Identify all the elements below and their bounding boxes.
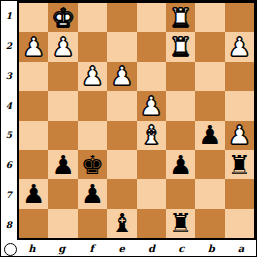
square-e3[interactable]: ♟ (107, 62, 136, 91)
black-pawn[interactable]: ♟ (169, 152, 192, 178)
black-pawn[interactable]: ♟ (81, 181, 104, 207)
square-d4[interactable]: ♟ (137, 91, 166, 120)
black-rook[interactable]: ♜ (228, 152, 251, 178)
square-b7[interactable] (195, 179, 224, 208)
square-d7[interactable] (137, 179, 166, 208)
file-label-b: b (196, 240, 226, 256)
square-c7[interactable] (166, 179, 195, 208)
square-c1[interactable]: ♜ (166, 3, 195, 32)
square-h5[interactable] (19, 121, 48, 150)
rank-label-1: 1 (1, 1, 17, 31)
rank-label-2: 2 (1, 31, 17, 61)
square-c6[interactable]: ♟ (166, 150, 195, 179)
square-a3[interactable] (225, 62, 254, 91)
square-h1[interactable] (19, 3, 48, 32)
square-c5[interactable] (166, 121, 195, 150)
file-label-h: h (17, 240, 47, 256)
rank-label-4: 4 (1, 91, 17, 121)
square-d2[interactable] (137, 32, 166, 61)
rank-label-7: 7 (1, 180, 17, 210)
square-e2[interactable] (107, 32, 136, 61)
square-a6[interactable]: ♜ (225, 150, 254, 179)
file-labels: hgfedcba (17, 240, 256, 256)
black-pawn[interactable]: ♟ (22, 181, 45, 207)
square-h7[interactable]: ♟ (19, 179, 48, 208)
square-e6[interactable] (107, 150, 136, 179)
square-g3[interactable] (48, 62, 77, 91)
file-label-c: c (166, 240, 196, 256)
white-rook[interactable]: ♜ (169, 34, 192, 60)
square-h3[interactable] (19, 62, 48, 91)
square-h6[interactable] (19, 150, 48, 179)
file-label-d: d (137, 240, 167, 256)
square-g7[interactable] (48, 179, 77, 208)
square-e1[interactable] (107, 3, 136, 32)
black-rook[interactable]: ♜ (169, 210, 192, 236)
square-f5[interactable] (78, 121, 107, 150)
square-g6[interactable]: ♟ (48, 150, 77, 179)
square-c4[interactable] (166, 91, 195, 120)
black-bishop[interactable]: ♝ (110, 210, 133, 236)
board: ♚♜♟♟♜♟♟♟♟♝♟♟♟♚♟♜♟♟♝♜ (17, 1, 256, 240)
square-b2[interactable] (195, 32, 224, 61)
white-pawn[interactable]: ♟ (140, 93, 163, 119)
file-label-e: e (107, 240, 137, 256)
chess-diagram: 12345678 ♚♜♟♟♜♟♟♟♟♝♟♟♟♚♟♜♟♟♝♜ hgfedcba (0, 0, 257, 257)
rank-labels: 12345678 (1, 1, 17, 240)
square-g4[interactable] (48, 91, 77, 120)
square-h4[interactable] (19, 91, 48, 120)
rank-label-8: 8 (1, 210, 17, 240)
rank-label-6: 6 (1, 150, 17, 180)
square-h8[interactable] (19, 209, 48, 238)
square-f2[interactable] (78, 32, 107, 61)
square-f6[interactable]: ♚ (78, 150, 107, 179)
square-a2[interactable]: ♟ (225, 32, 254, 61)
side-to-move-indicator (4, 243, 17, 256)
square-e8[interactable]: ♝ (107, 209, 136, 238)
square-g1[interactable]: ♚ (48, 3, 77, 32)
black-pawn[interactable]: ♟ (198, 122, 221, 148)
square-b1[interactable] (195, 3, 224, 32)
rank-label-5: 5 (1, 121, 17, 151)
file-label-g: g (47, 240, 77, 256)
square-h2[interactable]: ♟ (19, 32, 48, 61)
file-label-a: a (226, 240, 256, 256)
square-g5[interactable] (48, 121, 77, 150)
square-c3[interactable] (166, 62, 195, 91)
square-e4[interactable] (107, 91, 136, 120)
square-d3[interactable] (137, 62, 166, 91)
square-c8[interactable]: ♜ (166, 209, 195, 238)
square-b6[interactable] (195, 150, 224, 179)
square-b4[interactable] (195, 91, 224, 120)
square-e5[interactable] (107, 121, 136, 150)
square-d1[interactable] (137, 3, 166, 32)
square-f3[interactable]: ♟ (78, 62, 107, 91)
white-pawn[interactable]: ♟ (110, 63, 133, 89)
rank-label-3: 3 (1, 61, 17, 91)
square-f4[interactable] (78, 91, 107, 120)
square-d8[interactable] (137, 209, 166, 238)
white-pawn[interactable]: ♟ (228, 122, 251, 148)
file-label-f: f (77, 240, 107, 256)
square-d5[interactable]: ♝ (137, 121, 166, 150)
white-bishop[interactable]: ♝ (140, 122, 163, 148)
square-f8[interactable] (78, 209, 107, 238)
square-a4[interactable] (225, 91, 254, 120)
white-pawn[interactable]: ♟ (22, 34, 45, 60)
square-b8[interactable] (195, 209, 224, 238)
square-g8[interactable] (48, 209, 77, 238)
square-g2[interactable]: ♟ (48, 32, 77, 61)
black-king[interactable]: ♚ (81, 152, 104, 178)
square-f1[interactable] (78, 3, 107, 32)
white-rook[interactable]: ♜ (169, 5, 192, 31)
white-king[interactable]: ♚ (51, 5, 74, 31)
square-c2[interactable]: ♜ (166, 32, 195, 61)
white-pawn[interactable]: ♟ (51, 34, 74, 60)
square-a8[interactable] (225, 209, 254, 238)
square-f7[interactable]: ♟ (78, 179, 107, 208)
square-a1[interactable] (225, 3, 254, 32)
square-a5[interactable]: ♟ (225, 121, 254, 150)
black-pawn[interactable]: ♟ (51, 152, 74, 178)
square-b5[interactable]: ♟ (195, 121, 224, 150)
white-pawn[interactable]: ♟ (228, 34, 251, 60)
white-pawn[interactable]: ♟ (81, 63, 104, 89)
square-b3[interactable] (195, 62, 224, 91)
square-e7[interactable] (107, 179, 136, 208)
square-d6[interactable] (137, 150, 166, 179)
square-a7[interactable] (225, 179, 254, 208)
